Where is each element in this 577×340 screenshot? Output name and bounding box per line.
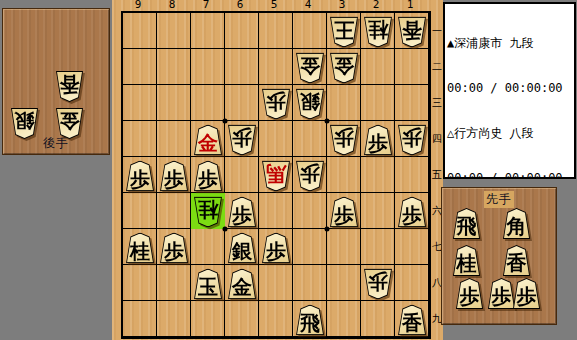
file-label-5: 5 <box>257 0 291 10</box>
piece-歩[interactable]: 歩 <box>488 278 515 309</box>
gote-clock: 00:00 / 00:00:00 <box>447 171 573 179</box>
gote-hand-tray: 後手 香銀金 <box>2 8 110 155</box>
piece-香[interactable]: 香 <box>56 71 83 102</box>
star-point <box>223 119 228 124</box>
gote-player-name: △行方尚史 八段 <box>447 126 573 141</box>
sente-tray-label: 先手 <box>442 191 556 208</box>
piece-香[interactable]: 香 <box>398 17 426 48</box>
piece-歩[interactable]: 歩 <box>262 233 290 264</box>
sente-hand-tray: 先手 飛角桂香歩歩歩 <box>441 187 557 325</box>
file-label-8: 8 <box>155 0 189 10</box>
file-label-1: 1 <box>393 0 427 10</box>
file-label-4: 4 <box>291 0 325 10</box>
piece-歩[interactable]: 歩 <box>513 278 540 309</box>
piece-金[interactable]: 金 <box>228 269 256 300</box>
piece-歩[interactable]: 歩 <box>398 125 426 156</box>
piece-歩[interactable]: 歩 <box>398 197 426 228</box>
file-label-7: 7 <box>189 0 223 10</box>
piece-歩[interactable]: 歩 <box>228 125 256 156</box>
file-label-2: 2 <box>359 0 393 10</box>
piece-歩[interactable]: 歩 <box>194 161 222 192</box>
rank-label-3: 三 <box>431 85 443 121</box>
piece-歩[interactable]: 歩 <box>364 125 392 156</box>
board-grid[interactable]: 王桂香金金歩銀金歩歩歩歩歩歩歩馬歩桂歩歩歩桂歩銀歩玉金歩飛香 <box>121 11 431 339</box>
star-point <box>325 119 330 124</box>
file-label-6: 6 <box>223 0 257 10</box>
piece-歩[interactable]: 歩 <box>160 161 188 192</box>
sente-clock: 00:00 / 00:00:00 <box>447 81 573 96</box>
file-label-3: 3 <box>325 0 359 10</box>
file-labels: 987654321 <box>121 0 431 11</box>
star-point <box>223 227 228 232</box>
piece-金-promoted[interactable]: 金 <box>194 125 222 156</box>
piece-歩[interactable]: 歩 <box>228 197 256 228</box>
piece-金[interactable]: 金 <box>330 53 358 84</box>
piece-歩[interactable]: 歩 <box>330 197 358 228</box>
game-info-panel: ▲深浦康市 九段 00:00 / 00:00:00 △行方尚史 八段 00:00… <box>443 2 576 179</box>
piece-桂[interactable]: 桂 <box>194 197 222 228</box>
piece-桂[interactable]: 桂 <box>453 245 480 276</box>
piece-歩[interactable]: 歩 <box>126 161 154 192</box>
piece-銀[interactable]: 銀 <box>296 89 324 120</box>
piece-歩[interactable]: 歩 <box>160 233 188 264</box>
piece-歩[interactable]: 歩 <box>364 269 392 300</box>
piece-桂[interactable]: 桂 <box>364 17 392 48</box>
piece-王[interactable]: 王 <box>330 17 358 48</box>
piece-歩[interactable]: 歩 <box>330 125 358 156</box>
piece-歩[interactable]: 歩 <box>456 278 483 309</box>
piece-飛[interactable]: 飛 <box>296 305 324 336</box>
piece-歩[interactable]: 歩 <box>262 89 290 120</box>
sente-player-name: ▲深浦康市 九段 <box>447 36 573 51</box>
shogi-app: 後手 香銀金 987654321 一二三四五六七八九 王桂香金金歩銀金歩歩歩歩歩… <box>0 0 577 340</box>
piece-飛[interactable]: 飛 <box>453 208 480 239</box>
piece-金[interactable]: 金 <box>56 108 83 139</box>
piece-銀[interactable]: 銀 <box>228 233 256 264</box>
file-label-9: 9 <box>121 0 155 10</box>
rank-label-1: 一 <box>431 13 443 49</box>
piece-金[interactable]: 金 <box>296 53 324 84</box>
piece-玉[interactable]: 玉 <box>194 269 222 300</box>
piece-馬-promoted[interactable]: 馬 <box>262 161 290 192</box>
piece-歩[interactable]: 歩 <box>296 161 324 192</box>
piece-香[interactable]: 香 <box>398 305 426 336</box>
piece-角[interactable]: 角 <box>503 208 530 239</box>
piece-桂[interactable]: 桂 <box>126 233 154 264</box>
rank-label-2: 二 <box>431 49 443 85</box>
star-point <box>325 227 330 232</box>
piece-銀[interactable]: 銀 <box>11 108 38 139</box>
rank-label-4: 四 <box>431 121 443 157</box>
piece-香[interactable]: 香 <box>503 245 530 276</box>
